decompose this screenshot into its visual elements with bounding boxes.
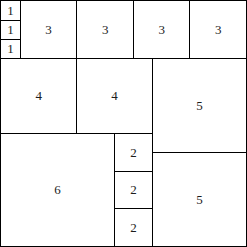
square-3x3-at-1-0: 3 (20, 1, 77, 58)
square-size-label: 3 (215, 23, 222, 36)
square-size-label: 5 (196, 99, 203, 112)
square-size-label: 2 (130, 146, 137, 159)
square-size-label: 1 (7, 4, 14, 17)
square-3x3-at-10-0: 3 (189, 1, 246, 58)
square-2x2-at-6-7: 2 (114, 133, 152, 171)
square-2x2-at-6-9: 2 (114, 171, 152, 209)
square-size-label: 4 (35, 89, 42, 102)
square-3x3-at-7-0: 3 (133, 1, 190, 58)
square-4x4-at-0-3: 4 (1, 58, 76, 133)
squared-square-board: 133331144562522 (0, 0, 247, 247)
square-size-label: 6 (54, 183, 61, 196)
square-size-label: 3 (102, 23, 109, 36)
square-size-label: 3 (158, 23, 165, 36)
square-size-label: 3 (45, 23, 52, 36)
square-5x5-at-8-8: 5 (152, 152, 246, 246)
square-size-label: 4 (111, 89, 118, 102)
square-3x3-at-4-0: 3 (76, 1, 133, 58)
square-size-label: 1 (7, 23, 14, 36)
square-6x6-at-0-7: 6 (1, 133, 114, 246)
square-5x5-at-8-3: 5 (152, 58, 246, 152)
square-size-label: 1 (7, 42, 14, 55)
square-size-label: 2 (130, 183, 137, 196)
square-size-label: 2 (130, 221, 137, 234)
square-1x1-at-0-0: 1 (1, 1, 20, 20)
square-1x1-at-0-2: 1 (1, 39, 20, 58)
square-1x1-at-0-1: 1 (1, 20, 20, 39)
square-size-label: 5 (196, 193, 203, 206)
square-2x2-at-6-11: 2 (114, 208, 152, 246)
square-4x4-at-4-3: 4 (76, 58, 151, 133)
